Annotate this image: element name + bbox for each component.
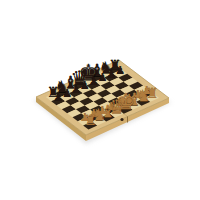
fold-seam [78,79,128,117]
clasp [120,118,123,121]
chess-set-photo: ♜♞♝♛♚♝♞♜♟♟♟♟♟♟♟♟♟♟♟♟♟♟♟♟♜♞♝♛♚♝♞♜ [0,0,200,200]
board-overlay [0,0,200,200]
